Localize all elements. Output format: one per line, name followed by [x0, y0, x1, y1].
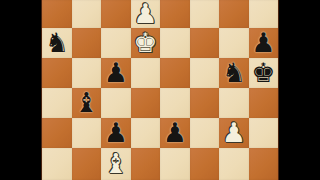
square-h2[interactable]: [249, 148, 279, 180]
square-e4[interactable]: [160, 88, 190, 118]
square-b3[interactable]: [72, 118, 102, 148]
black-bishop-b4[interactable]: ♝: [74, 89, 98, 116]
square-h6[interactable]: ♟: [249, 28, 279, 58]
square-b7[interactable]: [72, 0, 102, 28]
square-c4[interactable]: [101, 88, 131, 118]
square-a6[interactable]: ♞: [42, 28, 72, 58]
square-g5[interactable]: ♞: [219, 58, 249, 88]
square-c7[interactable]: [101, 0, 131, 28]
square-h7[interactable]: [249, 0, 279, 28]
square-d3[interactable]: [131, 118, 161, 148]
square-f2[interactable]: [190, 148, 220, 180]
square-a3[interactable]: [42, 118, 72, 148]
square-g7[interactable]: [219, 0, 249, 28]
white-king-d6[interactable]: ♚: [133, 29, 157, 56]
square-e7[interactable]: [160, 0, 190, 28]
square-e2[interactable]: [160, 148, 190, 180]
square-f7[interactable]: [190, 0, 220, 28]
square-c3[interactable]: ♟: [101, 118, 131, 148]
letterbox-right: [279, 0, 320, 180]
black-pawn-c5[interactable]: ♟: [104, 59, 128, 86]
square-b4[interactable]: ♝: [72, 88, 102, 118]
black-pawn-c3[interactable]: ♟: [104, 119, 128, 146]
square-d7[interactable]: ♟: [131, 0, 161, 28]
square-d4[interactable]: [131, 88, 161, 118]
white-bishop-c2[interactable]: ♝: [104, 150, 128, 177]
square-b2[interactable]: [72, 148, 102, 180]
black-knight-a6[interactable]: ♞: [45, 29, 69, 56]
square-a7[interactable]: [42, 0, 72, 28]
square-f3[interactable]: [190, 118, 220, 148]
square-a5[interactable]: [42, 58, 72, 88]
square-f6[interactable]: [190, 28, 220, 58]
square-h5[interactable]: ♚: [249, 58, 279, 88]
square-a4[interactable]: [42, 88, 72, 118]
chess-board: ♟♞♚♟♟♞♚♝♟♟♟♝: [41, 0, 279, 180]
letterbox-left: [0, 0, 41, 180]
square-a2[interactable]: [42, 148, 72, 180]
square-e6[interactable]: [160, 28, 190, 58]
square-d5[interactable]: [131, 58, 161, 88]
square-f4[interactable]: [190, 88, 220, 118]
black-pawn-h6[interactable]: ♟: [251, 29, 275, 56]
square-d6[interactable]: ♚: [131, 28, 161, 58]
white-pawn-d7[interactable]: ♟: [133, 0, 157, 27]
square-f5[interactable]: [190, 58, 220, 88]
square-h4[interactable]: [249, 88, 279, 118]
square-g4[interactable]: [219, 88, 249, 118]
black-king-h5[interactable]: ♚: [251, 59, 275, 86]
square-b5[interactable]: [72, 58, 102, 88]
square-e3[interactable]: ♟: [160, 118, 190, 148]
square-c6[interactable]: [101, 28, 131, 58]
white-pawn-g3[interactable]: ♟: [222, 119, 246, 146]
black-pawn-e3[interactable]: ♟: [163, 119, 187, 146]
square-g3[interactable]: ♟: [219, 118, 249, 148]
square-c2[interactable]: ♝: [101, 148, 131, 180]
video-frame: ♟♞♚♟♟♞♚♝♟♟♟♝: [0, 0, 320, 180]
square-g6[interactable]: [219, 28, 249, 58]
square-h3[interactable]: [249, 118, 279, 148]
square-d2[interactable]: [131, 148, 161, 180]
square-c5[interactable]: ♟: [101, 58, 131, 88]
black-knight-g5[interactable]: ♞: [222, 59, 246, 86]
square-g2[interactable]: [219, 148, 249, 180]
square-b6[interactable]: [72, 28, 102, 58]
square-e5[interactable]: [160, 58, 190, 88]
